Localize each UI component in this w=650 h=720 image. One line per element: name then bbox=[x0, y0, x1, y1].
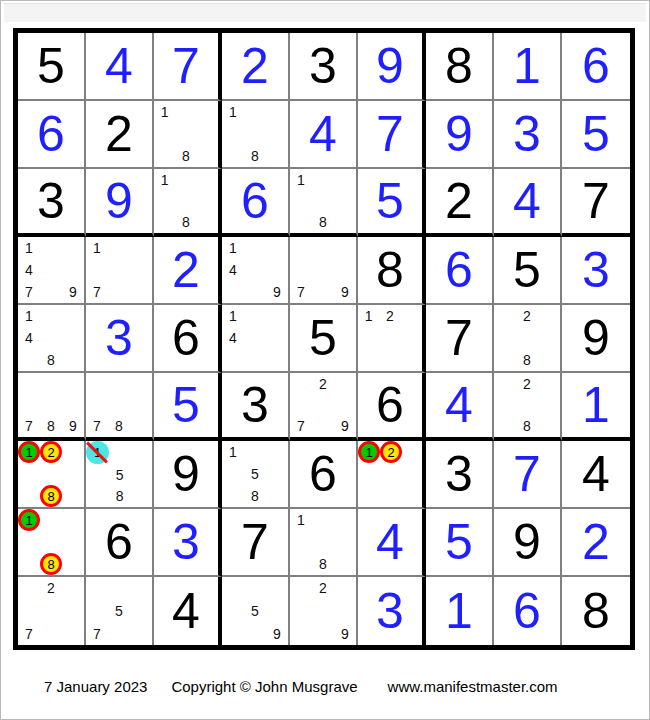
candidate-1-highlight-green: 1 bbox=[18, 509, 40, 531]
footer-copyright: Copyright © John Musgrave bbox=[171, 678, 357, 695]
cell-r4c9[interactable]: 3 bbox=[562, 237, 630, 305]
pencil-marks: 18 bbox=[290, 509, 356, 575]
candidate-8: 8 bbox=[312, 212, 334, 233]
cell-value: 4 bbox=[494, 169, 560, 233]
candidate-1: 1 bbox=[154, 169, 175, 190]
cell-r1c6[interactable]: 9 bbox=[358, 33, 426, 101]
cell-value: 2 bbox=[154, 237, 218, 303]
cell-value: 1 bbox=[562, 373, 630, 437]
cell-value: 4 bbox=[86, 33, 152, 99]
candidate-8: 8 bbox=[244, 485, 266, 507]
cell-value: 9 bbox=[358, 33, 422, 99]
cell-value: 5 bbox=[18, 33, 84, 99]
candidate-8: 8 bbox=[175, 212, 196, 233]
cell-r3c8[interactable]: 4 bbox=[494, 169, 562, 237]
cell-value: 3 bbox=[86, 305, 152, 371]
cell-value: 3 bbox=[426, 441, 492, 507]
candidate-5: 5 bbox=[244, 463, 266, 485]
cell-value: 7 bbox=[222, 509, 288, 575]
cell-value: 6 bbox=[494, 577, 560, 645]
pencil-marks: 18 bbox=[18, 509, 84, 575]
pencil-marks: 789 bbox=[18, 373, 84, 437]
candidate-5: 5 bbox=[109, 464, 131, 486]
pencil-marks: 29 bbox=[290, 577, 356, 645]
cell-r2c3[interactable]: 18 bbox=[154, 101, 222, 169]
cell-r2c5[interactable]: 4 bbox=[290, 101, 358, 169]
cell-r9c1[interactable]: 27 bbox=[18, 577, 86, 645]
cell-r3c5[interactable]: 18 bbox=[290, 169, 358, 237]
cell-r3c1[interactable]: 3 bbox=[18, 169, 86, 237]
cell-r4c6[interactable]: 8 bbox=[358, 237, 426, 305]
cell-value: 3 bbox=[290, 33, 356, 99]
pencil-marks: 158 bbox=[86, 441, 152, 507]
cell-r8c1[interactable]: 18 bbox=[18, 509, 86, 577]
pencil-marks: 1479 bbox=[18, 237, 84, 303]
cell-r5c3[interactable]: 6 bbox=[154, 305, 222, 373]
candidate-2-highlight-yellow: 2 bbox=[40, 441, 62, 463]
cell-r2c4[interactable]: 18 bbox=[222, 101, 290, 169]
cell-value: 8 bbox=[562, 577, 630, 645]
pencil-marks: 149 bbox=[222, 237, 288, 303]
cell-value: 9 bbox=[154, 441, 218, 507]
cell-value: 4 bbox=[154, 577, 218, 645]
cell-value: 6 bbox=[154, 305, 218, 371]
cell-r8c9[interactable]: 2 bbox=[562, 509, 630, 577]
cell-r6c4[interactable]: 3 bbox=[222, 373, 290, 441]
cell-r4c2[interactable]: 17 bbox=[86, 237, 154, 305]
candidate-1: 1 bbox=[290, 509, 312, 531]
cell-r4c1[interactable]: 1479 bbox=[18, 237, 86, 305]
cell-r4c7[interactable]: 6 bbox=[426, 237, 494, 305]
candidate-9: 9 bbox=[334, 281, 356, 303]
candidate-7: 7 bbox=[18, 281, 40, 303]
candidate-9: 9 bbox=[266, 281, 288, 303]
cell-r7c2[interactable]: 158 bbox=[86, 441, 154, 509]
cell-r5c1[interactable]: 148 bbox=[18, 305, 86, 373]
candidate-8: 8 bbox=[244, 145, 266, 167]
candidate-4: 4 bbox=[18, 259, 40, 281]
candidate-9: 9 bbox=[334, 416, 356, 437]
candidate-1: 1 bbox=[290, 169, 312, 190]
cell-r7c6[interactable]: 12 bbox=[358, 441, 426, 509]
candidate-7: 7 bbox=[18, 622, 40, 645]
candidate-1: 1 bbox=[222, 101, 244, 123]
cell-r5c6[interactable]: 12 bbox=[358, 305, 426, 373]
cell-r4c4[interactable]: 149 bbox=[222, 237, 290, 305]
cell-r8c7[interactable]: 5 bbox=[426, 509, 494, 577]
cell-value: 2 bbox=[426, 169, 492, 233]
cell-r7c3[interactable]: 9 bbox=[154, 441, 222, 509]
candidate-8: 8 bbox=[516, 416, 538, 437]
pencil-marks: 17 bbox=[86, 237, 152, 303]
cell-r1c2[interactable]: 4 bbox=[86, 33, 154, 101]
cell-value: 7 bbox=[562, 169, 630, 233]
candidate-9: 9 bbox=[334, 622, 356, 645]
cell-r7c7[interactable]: 3 bbox=[426, 441, 494, 509]
cell-r6c1[interactable]: 789 bbox=[18, 373, 86, 441]
cell-value: 6 bbox=[426, 237, 492, 303]
cell-value: 3 bbox=[154, 509, 218, 575]
pencil-marks: 27 bbox=[18, 577, 84, 645]
cell-value: 6 bbox=[290, 441, 356, 507]
cell-value: 6 bbox=[86, 509, 152, 575]
cell-r1c9[interactable]: 6 bbox=[562, 33, 630, 101]
candidate-5: 5 bbox=[244, 600, 266, 623]
candidate-1: 1 bbox=[358, 441, 380, 463]
candidate-1-highlight-cyan-strike: 1 bbox=[86, 441, 109, 464]
candidate-7: 7 bbox=[290, 416, 312, 437]
pencil-marks: 18 bbox=[290, 169, 356, 233]
cell-r6c9[interactable]: 1 bbox=[562, 373, 630, 441]
cell-r6c5[interactable]: 279 bbox=[290, 373, 358, 441]
candidate-2: 2 bbox=[380, 441, 402, 463]
candidate-1: 1 bbox=[18, 441, 40, 463]
cell-value: 5 bbox=[290, 305, 356, 371]
candidate-2: 2 bbox=[40, 441, 62, 463]
pencil-marks: 12 bbox=[358, 305, 422, 371]
top-toolbar-strip bbox=[4, 3, 646, 22]
candidate-8: 8 bbox=[109, 486, 131, 508]
cell-value: 3 bbox=[358, 577, 422, 645]
cell-value: 4 bbox=[290, 101, 356, 167]
candidate-8: 8 bbox=[175, 145, 196, 167]
cell-r3c2[interactable]: 9 bbox=[86, 169, 154, 237]
cell-r1c8[interactable]: 1 bbox=[494, 33, 562, 101]
candidate-1: 1 bbox=[358, 305, 379, 327]
cell-r3c3[interactable]: 18 bbox=[154, 169, 222, 237]
candidate-1: 1 bbox=[222, 237, 244, 259]
cell-r9c9[interactable]: 8 bbox=[562, 577, 630, 645]
cell-r2c1[interactable]: 6 bbox=[18, 101, 86, 169]
cell-r4c3[interactable]: 2 bbox=[154, 237, 222, 305]
pencil-marks: 59 bbox=[222, 577, 288, 645]
cell-r8c4[interactable]: 7 bbox=[222, 509, 290, 577]
cell-r5c2[interactable]: 3 bbox=[86, 305, 154, 373]
cell-r9c3[interactable]: 4 bbox=[154, 577, 222, 645]
candidate-2: 2 bbox=[312, 577, 334, 600]
candidate-1: 1 bbox=[18, 305, 40, 327]
pencil-marks: 279 bbox=[290, 373, 356, 437]
cell-value: 7 bbox=[358, 101, 422, 167]
pencil-marks: 128 bbox=[18, 441, 84, 507]
cell-r5c4[interactable]: 14 bbox=[222, 305, 290, 373]
candidate-7: 7 bbox=[86, 622, 108, 645]
cell-r5c8[interactable]: 28 bbox=[494, 305, 562, 373]
candidate-8-highlight-yellow: 8 bbox=[40, 485, 62, 507]
cell-value: 5 bbox=[426, 509, 492, 575]
cell-value: 9 bbox=[562, 305, 630, 371]
cell-value: 6 bbox=[222, 169, 288, 233]
cell-r9c6[interactable]: 3 bbox=[358, 577, 426, 645]
candidate-9: 9 bbox=[62, 281, 84, 303]
cell-value: 1 bbox=[426, 577, 492, 645]
cell-r8c2[interactable]: 6 bbox=[86, 509, 154, 577]
candidate-7: 7 bbox=[86, 281, 108, 303]
cell-r6c7[interactable]: 4 bbox=[426, 373, 494, 441]
pencil-marks: 14 bbox=[222, 305, 288, 371]
cell-r7c1[interactable]: 128 bbox=[18, 441, 86, 509]
candidate-9: 9 bbox=[62, 416, 84, 437]
cell-value: 2 bbox=[222, 33, 288, 99]
candidate-2: 2 bbox=[379, 305, 400, 327]
candidate-2-highlight-yellow: 2 bbox=[380, 441, 402, 463]
footer: 7 January 2023 Copyright © John Musgrave… bbox=[44, 678, 558, 695]
cell-value: 4 bbox=[426, 373, 492, 437]
candidate-8: 8 bbox=[312, 553, 334, 575]
cell-r6c8[interactable]: 28 bbox=[494, 373, 562, 441]
cell-value: 2 bbox=[562, 509, 630, 575]
cell-r7c5[interactable]: 6 bbox=[290, 441, 358, 509]
candidate-1: 1 bbox=[154, 101, 175, 123]
cell-r3c6[interactable]: 5 bbox=[358, 169, 426, 237]
cell-r2c9[interactable]: 5 bbox=[562, 101, 630, 169]
cell-r7c4[interactable]: 158 bbox=[222, 441, 290, 509]
candidate-1: 1 bbox=[222, 441, 244, 463]
cell-r7c8[interactable]: 7 bbox=[494, 441, 562, 509]
candidate-4: 4 bbox=[222, 327, 244, 349]
cell-r1c7[interactable]: 8 bbox=[426, 33, 494, 101]
candidate-8: 8 bbox=[516, 349, 538, 371]
cell-value: 6 bbox=[358, 373, 422, 437]
candidate-8: 8 bbox=[40, 485, 62, 507]
candidate-9: 9 bbox=[266, 622, 288, 645]
cell-r2c7[interactable]: 9 bbox=[426, 101, 494, 169]
cell-r2c6[interactable]: 7 bbox=[358, 101, 426, 169]
candidate-2: 2 bbox=[40, 577, 62, 600]
cell-r9c5[interactable]: 29 bbox=[290, 577, 358, 645]
candidate-8: 8 bbox=[40, 416, 62, 437]
cell-r2c8[interactable]: 3 bbox=[494, 101, 562, 169]
cell-r9c2[interactable]: 57 bbox=[86, 577, 154, 645]
cell-value: 5 bbox=[494, 237, 560, 303]
cell-value: 8 bbox=[358, 237, 422, 303]
cell-value: 7 bbox=[426, 305, 492, 371]
cell-r6c2[interactable]: 78 bbox=[86, 373, 154, 441]
cell-value: 3 bbox=[494, 101, 560, 167]
pencil-marks: 18 bbox=[154, 101, 218, 167]
candidate-2: 2 bbox=[312, 373, 334, 394]
candidate-1: 1 bbox=[222, 305, 244, 327]
cell-r5c9[interactable]: 9 bbox=[562, 305, 630, 373]
candidate-1-highlight-green: 1 bbox=[18, 441, 40, 463]
cell-r8c6[interactable]: 4 bbox=[358, 509, 426, 577]
candidate-1: 1 bbox=[86, 441, 109, 464]
cell-value: 9 bbox=[426, 101, 492, 167]
sudoku-board: 5472398166218184793539186185247147917214… bbox=[13, 28, 635, 650]
cell-value: 5 bbox=[562, 101, 630, 167]
candidate-2: 2 bbox=[516, 373, 538, 394]
pencil-marks: 28 bbox=[494, 305, 560, 371]
cell-value: 9 bbox=[86, 169, 152, 233]
candidate-1: 1 bbox=[86, 237, 108, 259]
cell-r9c4[interactable]: 59 bbox=[222, 577, 290, 645]
cell-r5c7[interactable]: 7 bbox=[426, 305, 494, 373]
pencil-marks: 12 bbox=[358, 441, 422, 507]
cell-value: 6 bbox=[18, 101, 84, 167]
cell-r9c7[interactable]: 1 bbox=[426, 577, 494, 645]
cell-value: 3 bbox=[562, 237, 630, 303]
cell-value: 3 bbox=[222, 373, 288, 437]
pencil-marks: 158 bbox=[222, 441, 288, 507]
cell-value: 5 bbox=[154, 373, 218, 437]
cell-value: 3 bbox=[18, 169, 84, 233]
cell-r9c8[interactable]: 6 bbox=[494, 577, 562, 645]
cell-r3c4[interactable]: 6 bbox=[222, 169, 290, 237]
pencil-marks: 18 bbox=[154, 169, 218, 233]
cell-r2c2[interactable]: 2 bbox=[86, 101, 154, 169]
cell-r4c8[interactable]: 5 bbox=[494, 237, 562, 305]
candidate-7: 7 bbox=[86, 416, 108, 437]
candidate-1: 1 bbox=[18, 509, 40, 531]
cell-value: 4 bbox=[562, 441, 630, 507]
candidate-8: 8 bbox=[108, 416, 130, 437]
footer-date: 7 January 2023 bbox=[44, 678, 147, 695]
cell-value: 7 bbox=[154, 33, 218, 99]
cell-value: 6 bbox=[562, 33, 630, 99]
candidate-4: 4 bbox=[222, 259, 244, 281]
pencil-marks: 57 bbox=[86, 577, 152, 645]
pencil-marks: 78 bbox=[86, 373, 152, 437]
cell-r7c9[interactable]: 4 bbox=[562, 441, 630, 509]
candidate-8: 8 bbox=[40, 349, 62, 371]
cell-value: 5 bbox=[358, 169, 422, 233]
cell-value: 8 bbox=[426, 33, 492, 99]
pencil-marks: 79 bbox=[290, 237, 356, 303]
cell-r3c7[interactable]: 2 bbox=[426, 169, 494, 237]
candidate-7: 7 bbox=[290, 281, 312, 303]
cell-r8c5[interactable]: 18 bbox=[290, 509, 358, 577]
candidate-1-highlight-green: 1 bbox=[358, 441, 380, 463]
cell-r8c3[interactable]: 3 bbox=[154, 509, 222, 577]
cell-r5c5[interactable]: 5 bbox=[290, 305, 358, 373]
cell-value: 1 bbox=[494, 33, 560, 99]
candidate-5: 5 bbox=[108, 600, 130, 623]
candidate-1: 1 bbox=[18, 237, 40, 259]
cell-value: 7 bbox=[494, 441, 560, 507]
cell-r1c4[interactable]: 2 bbox=[222, 33, 290, 101]
candidate-2: 2 bbox=[516, 305, 538, 327]
cell-r1c5[interactable]: 3 bbox=[290, 33, 358, 101]
candidate-8: 8 bbox=[40, 553, 62, 575]
cell-r8c8[interactable]: 9 bbox=[494, 509, 562, 577]
cell-r6c3[interactable]: 5 bbox=[154, 373, 222, 441]
cell-r3c9[interactable]: 7 bbox=[562, 169, 630, 237]
pencil-marks: 28 bbox=[494, 373, 560, 437]
footer-website: www.manifestmaster.com bbox=[388, 678, 558, 695]
cell-value: 9 bbox=[494, 509, 560, 575]
cell-r1c1[interactable]: 5 bbox=[18, 33, 86, 101]
cell-value: 4 bbox=[358, 509, 422, 575]
candidate-4: 4 bbox=[18, 327, 40, 349]
candidate-8-highlight-yellow: 8 bbox=[40, 553, 62, 575]
pencil-marks: 18 bbox=[222, 101, 288, 167]
cell-r1c3[interactable]: 7 bbox=[154, 33, 222, 101]
cell-value: 2 bbox=[86, 101, 152, 167]
cell-r4c5[interactable]: 79 bbox=[290, 237, 358, 305]
candidate-7: 7 bbox=[18, 416, 40, 437]
cell-r6c6[interactable]: 6 bbox=[358, 373, 426, 441]
pencil-marks: 148 bbox=[18, 305, 84, 371]
